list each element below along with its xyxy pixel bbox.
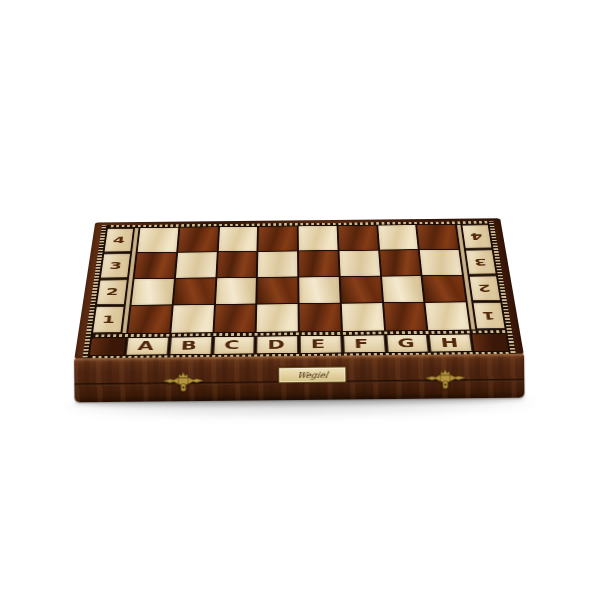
square-b4 [178,227,218,251]
square-f3 [339,250,379,275]
square-g2 [382,276,424,302]
product-photo: 44332211ABCDEFGH Wegiel [0,0,600,600]
square-a2 [131,279,173,305]
square-h4 [417,225,458,249]
square-e3 [299,251,339,276]
rank-label-right-3-text: 3 [474,257,488,266]
file-label-e: E [300,336,342,353]
latch-right-icon [424,367,466,392]
chess-box: 44332211ABCDEFGH Wegiel [71,86,524,421]
file-label-e-text: E [311,338,326,350]
file-label-g-text: G [397,338,415,350]
file-label-h-text: H [440,337,459,349]
square-g4 [378,225,418,249]
square-g3 [380,250,421,275]
square-c1 [214,305,256,333]
rank-label-right-4: 4 [462,224,491,248]
square-c2 [215,278,256,304]
file-label-b: B [169,337,211,354]
rank-label-left-3-text: 3 [109,261,123,270]
rank-label-right-4-text: 4 [470,232,483,241]
rank-label-right-2-text: 2 [478,283,492,293]
brand-plate: Wegiel [278,367,346,384]
latch-left-icon [162,370,204,395]
rank-label-left-3: 3 [101,253,130,278]
file-label-d: D [256,336,298,353]
rank-label-left-4-text: 4 [112,236,125,245]
brand-plate-text: Wegiel [296,370,329,380]
square-c4 [218,227,257,251]
rank-label-left-4: 4 [104,228,133,252]
file-label-a-text: A [137,340,154,352]
square-b1 [171,305,213,333]
rank-label-left-2-text: 2 [105,287,119,297]
square-b3 [176,252,217,277]
file-label-f: F [343,335,385,352]
square-a4 [138,228,179,252]
file-label-b-text: B [180,340,197,352]
square-h2 [423,276,466,302]
square-e4 [299,226,338,250]
square-d1 [257,304,298,332]
square-g1 [384,303,427,330]
square-h1 [426,303,470,330]
square-d3 [258,251,297,276]
square-d2 [257,277,297,303]
square-a1 [128,306,171,334]
board-grid: 44332211ABCDEFGH [82,221,516,359]
square-c3 [217,252,257,277]
square-e1 [299,304,340,332]
square-e2 [299,277,339,303]
rank-label-right-2: 2 [470,275,501,301]
file-label-f-text: F [354,338,369,350]
square-b2 [173,278,214,304]
square-f4 [338,226,378,250]
file-label-g: G [386,335,429,352]
rank-label-left-2: 2 [97,279,127,305]
rank-label-right-1-text: 1 [482,311,496,321]
square-f2 [340,276,381,302]
rank-label-right-3: 3 [466,249,496,274]
square-d4 [259,226,297,250]
rank-label-right-1: 1 [473,302,504,329]
file-label-c: C [213,337,255,354]
file-label-d-text: D [267,339,284,351]
square-f1 [342,303,384,330]
square-a3 [135,253,176,278]
file-label-c-text: C [224,339,240,351]
file-label-a: A [126,338,169,355]
file-label-h: H [429,334,472,351]
rank-label-left-1-text: 1 [101,315,115,325]
letters-row-corner-left [90,338,126,355]
letters-row-corner-right [472,334,508,351]
rank-label-left-1: 1 [93,306,124,333]
board-top-surface: 44332211ABCDEFGH [74,218,524,360]
square-h3 [420,250,462,275]
